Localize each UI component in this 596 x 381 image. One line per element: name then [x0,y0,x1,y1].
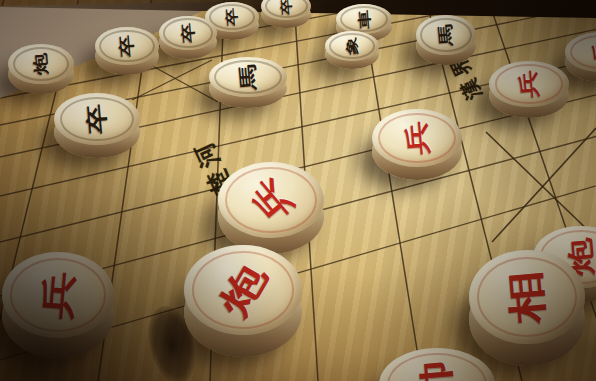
black-cannon-glyph: 炮 [32,52,50,75]
black-soldier-3-piece[interactable]: 卒 [159,16,217,59]
red-cannon-glyph: 炮 [214,258,272,322]
piece-face: 馬 [209,57,287,97]
black-horse-glyph: 馬 [238,63,259,91]
piece-face: 卒 [159,16,217,50]
black-elephant-piece[interactable]: 象 [325,31,379,69]
black-horse-1-piece[interactable]: 馬 [209,57,287,108]
piece-face: 象 [325,31,379,61]
black-soldier-glyph: 卒 [225,7,239,26]
black-elephant-glyph: 象 [345,36,359,55]
red-soldier-glyph: 兵 [591,39,596,64]
black-soldier-glyph: 卒 [180,22,196,43]
red-soldier-glyph: 兵 [403,120,430,156]
red-soldier-glyph: 兵 [39,270,78,321]
black-soldier-glyph: 卒 [279,0,293,15]
piece-face: 相 [469,250,585,344]
black-soldier-glyph: 卒 [85,103,109,135]
black-soldier-2-piece[interactable]: 卒 [95,27,159,75]
red-cannon-1-piece[interactable]: 炮 [184,245,302,357]
black-chariot-glyph: 車 [356,9,371,29]
piece-face: 車 [336,4,392,34]
black-cannon-piece[interactable]: 炮 [8,44,74,94]
piece-face: 馬 [416,15,476,55]
piece-face: 兵 [218,162,324,238]
red-general-piece[interactable]: 帥 [379,348,495,381]
piece-face: 兵 [489,61,569,107]
piece-face: 兵 [2,252,114,338]
black-horse-glyph: 馬 [437,23,455,46]
piece-face: 炮 [8,44,74,84]
red-soldier-3-piece[interactable]: 兵 [372,109,462,180]
piece-face: 帥 [379,348,495,381]
xiangqi-photo-frame: 楚河 漢界 炮卒卒卒卒卒馬車象馬兵兵兵兵炮炮兵相帥 [0,0,596,381]
black-soldier-5-piece[interactable]: 卒 [261,0,311,28]
red-soldier-2-piece[interactable]: 兵 [218,162,324,254]
red-elephant-glyph: 相 [505,268,548,325]
piece-face: 卒 [95,27,159,65]
black-soldier-glyph: 卒 [118,34,136,57]
black-soldier-1-piece[interactable]: 卒 [54,93,140,158]
red-general-glyph: 帥 [417,359,457,381]
red-soldier-glyph: 兵 [245,173,298,227]
red-soldier-1-piece[interactable]: 兵 [2,252,114,358]
piece-face: 兵 [372,109,462,167]
black-horse-2-piece[interactable]: 馬 [416,15,476,65]
red-soldier-5-piece[interactable]: 兵 [565,32,596,82]
piece-face: 卒 [54,93,140,145]
red-soldier-glyph: 兵 [518,69,541,99]
red-soldier-4-piece[interactable]: 兵 [489,61,569,118]
piece-face: 炮 [184,245,302,335]
